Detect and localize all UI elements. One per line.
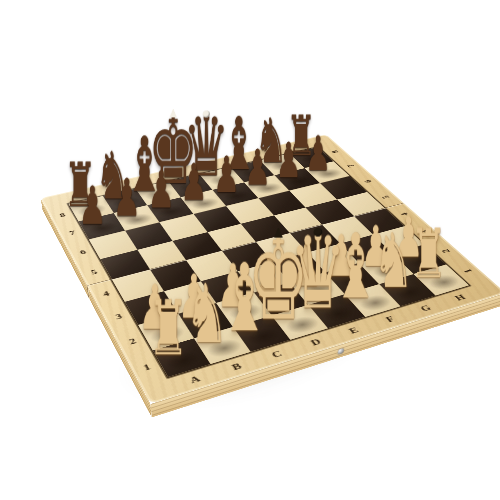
rank-label-8: 8 — [58, 211, 66, 218]
king-finial-tip — [170, 108, 177, 117]
rank-label-5: 5 — [89, 268, 98, 276]
rank-label-2: 2 — [127, 336, 138, 346]
piece-light-knight-b1: ♞ — [185, 278, 229, 351]
rank-label-1: 1 — [461, 268, 475, 274]
queen-finial-tip — [313, 228, 322, 237]
file-label-A: A — [187, 373, 201, 385]
piece-dark-pawn-h7: ♟ — [305, 133, 331, 176]
piece-dark-pawn-f7: ♟ — [244, 146, 271, 190]
rank-label-7: 7 — [345, 164, 357, 168]
file-label-G: G — [418, 303, 433, 313]
rank-label-4: 4 — [101, 289, 111, 298]
rank-label-6: 6 — [78, 248, 87, 256]
piece-dark-pawn-g7: ♟ — [275, 139, 301, 183]
piece-dark-pawn-d7: ♟ — [180, 160, 207, 206]
rank-label-5: 5 — [379, 195, 391, 200]
piece-dark-pawn-c7: ♟ — [147, 167, 175, 213]
rank-label-7: 7 — [68, 229, 77, 236]
file-label-D: D — [308, 336, 323, 347]
piece-dark-pawn-a7: ♟ — [78, 183, 106, 230]
file-label-C: C — [269, 348, 284, 359]
queen-finial-tip — [203, 111, 210, 118]
king-finial-tip — [274, 227, 283, 238]
rank-label-1: 1 — [141, 362, 152, 373]
perspective-scene: ♜♞♝♚♛♝♞♜♟♟♟♟♟♟♟♟♟♟♟♟♟♟♟♟♜♞♝♚♛♝♞♜ ABCDEFG… — [0, 0, 500, 500]
screw-icon — [338, 347, 344, 354]
file-label-F: F — [383, 314, 397, 324]
rank-label-6: 6 — [361, 179, 373, 184]
rank-label-3: 3 — [114, 312, 124, 321]
chess-board: ♜♞♝♚♛♝♞♜♟♟♟♟♟♟♟♟♟♟♟♟♟♟♟♟♜♞♝♚♛♝♞♜ ABCDEFG… — [41, 134, 500, 404]
piece-light-rook-a1: ♜ — [147, 295, 188, 363]
piece-dark-pawn-b7: ♟ — [113, 175, 141, 222]
file-label-B: B — [229, 361, 243, 372]
piece-light-rook-h1: ♜ — [410, 224, 446, 285]
piece-dark-pawn-e7: ♟ — [213, 153, 240, 198]
file-label-H: H — [452, 292, 467, 302]
file-label-E: E — [346, 325, 360, 335]
product-photo-stage: ♜♞♝♚♛♝♞♜♟♟♟♟♟♟♟♟♟♟♟♟♟♟♟♟♜♞♝♚♛♝♞♜ ABCDEFG… — [0, 0, 500, 500]
